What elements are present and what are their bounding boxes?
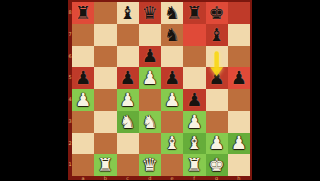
square-a4[interactable]: ♟: [72, 89, 94, 111]
black-pawn: ♟: [164, 69, 180, 87]
square-g1[interactable]: ♚: [206, 154, 228, 176]
black-rook: ♜: [186, 3, 202, 21]
square-c4[interactable]: ♟: [117, 89, 139, 111]
square-h4[interactable]: [228, 89, 250, 111]
square-d8[interactable]: ♛: [139, 2, 161, 24]
square-e1[interactable]: [161, 154, 183, 176]
square-f7[interactable]: [183, 24, 205, 46]
square-d4[interactable]: [139, 89, 161, 111]
square-e8[interactable]: ♞: [161, 2, 183, 24]
square-e6[interactable]: [161, 46, 183, 68]
square-g7[interactable]: ♝: [206, 24, 228, 46]
square-e3[interactable]: [161, 111, 183, 133]
square-f5[interactable]: [183, 67, 205, 89]
square-b3[interactable]: [94, 111, 116, 133]
white-queen: ♛: [142, 156, 158, 174]
white-bishop: ♝: [186, 134, 202, 152]
white-pawn: ♟: [164, 90, 180, 108]
square-a5[interactable]: ♟: [72, 67, 94, 89]
square-g2[interactable]: ♟: [206, 133, 228, 155]
square-b6[interactable]: [94, 46, 116, 68]
chess-app-screen: ♜♝♛♞♜♚♞♝♟♟♟♟♟♟♟♟♟♟♟♞♞♟♝♝♟♟♜♛♜♚ 87654321a…: [0, 0, 320, 180]
square-a8[interactable]: ♜: [72, 2, 94, 24]
square-e5[interactable]: ♟: [161, 67, 183, 89]
square-f1[interactable]: ♜: [183, 154, 205, 176]
square-g5[interactable]: ♟: [206, 67, 228, 89]
white-pawn: ♟: [231, 134, 247, 152]
white-pawn: ♟: [120, 90, 136, 108]
square-h6[interactable]: [228, 46, 250, 68]
black-king: ♚: [209, 3, 225, 21]
white-rook: ♜: [97, 156, 113, 174]
square-g3[interactable]: [206, 111, 228, 133]
rank-label-6: 6: [68, 54, 72, 59]
file-label-d: d: [139, 176, 161, 181]
white-king: ♚: [209, 156, 225, 174]
square-h5[interactable]: ♟: [228, 67, 250, 89]
white-knight: ♞: [120, 112, 136, 130]
square-d7[interactable]: [139, 24, 161, 46]
rank-label-3: 3: [68, 119, 72, 124]
rank-label-5: 5: [68, 75, 72, 80]
square-c8[interactable]: ♝: [117, 2, 139, 24]
square-a2[interactable]: [72, 133, 94, 155]
square-a3[interactable]: [72, 111, 94, 133]
white-pawn: ♟: [142, 69, 158, 87]
black-queen: ♛: [142, 3, 158, 21]
square-c3[interactable]: ♞: [117, 111, 139, 133]
white-pawn: ♟: [75, 90, 91, 108]
square-c2[interactable]: [117, 133, 139, 155]
chess-board: ♜♝♛♞♜♚♞♝♟♟♟♟♟♟♟♟♟♟♟♞♞♟♝♝♟♟♜♛♜♚: [72, 2, 250, 176]
square-c6[interactable]: [117, 46, 139, 68]
white-knight: ♞: [142, 112, 158, 130]
square-f4[interactable]: ♟: [183, 89, 205, 111]
file-label-e: e: [161, 176, 183, 181]
square-b7[interactable]: [94, 24, 116, 46]
black-bishop: ♝: [120, 3, 136, 21]
file-label-f: f: [183, 176, 205, 181]
square-a6[interactable]: [72, 46, 94, 68]
square-d2[interactable]: [139, 133, 161, 155]
file-label-b: b: [94, 176, 116, 181]
square-b5[interactable]: [94, 67, 116, 89]
square-g4[interactable]: [206, 89, 228, 111]
square-h7[interactable]: [228, 24, 250, 46]
black-pawn: ♟: [120, 69, 136, 87]
square-d5[interactable]: ♟: [139, 67, 161, 89]
white-pawn: ♟: [186, 112, 202, 130]
file-label-h: h: [228, 176, 250, 181]
black-pawn: ♟: [75, 69, 91, 87]
rank-label-8: 8: [68, 10, 72, 15]
square-e2[interactable]: ♝: [161, 133, 183, 155]
square-h2[interactable]: ♟: [228, 133, 250, 155]
black-pawn: ♟: [142, 47, 158, 65]
square-d6[interactable]: ♟: [139, 46, 161, 68]
square-f2[interactable]: ♝: [183, 133, 205, 155]
square-d1[interactable]: ♛: [139, 154, 161, 176]
rank-label-7: 7: [68, 32, 72, 37]
square-e7[interactable]: ♞: [161, 24, 183, 46]
square-b1[interactable]: ♜: [94, 154, 116, 176]
rank-label-4: 4: [68, 97, 72, 102]
file-label-g: g: [206, 176, 228, 181]
square-c5[interactable]: ♟: [117, 67, 139, 89]
white-bishop: ♝: [164, 134, 180, 152]
white-pawn: ♟: [209, 134, 225, 152]
square-h3[interactable]: [228, 111, 250, 133]
white-rook: ♜: [186, 156, 202, 174]
black-pawn: ♟: [209, 69, 225, 87]
black-pawn: ♟: [231, 69, 247, 87]
square-f8[interactable]: ♜: [183, 2, 205, 24]
black-rook: ♜: [75, 3, 91, 21]
letterbox-left: [0, 0, 68, 180]
square-b2[interactable]: [94, 133, 116, 155]
file-label-c: c: [117, 176, 139, 181]
square-h1[interactable]: [228, 154, 250, 176]
black-bishop: ♝: [209, 25, 225, 43]
square-h8[interactable]: [228, 2, 250, 24]
letterbox-right: [252, 0, 320, 180]
square-g6[interactable]: [206, 46, 228, 68]
square-f6[interactable]: [183, 46, 205, 68]
black-pawn: ♟: [186, 90, 202, 108]
square-g8[interactable]: ♚: [206, 2, 228, 24]
square-b8[interactable]: [94, 2, 116, 24]
square-d3[interactable]: ♞: [139, 111, 161, 133]
square-f3[interactable]: ♟: [183, 111, 205, 133]
file-label-a: a: [72, 176, 94, 181]
rank-label-2: 2: [68, 141, 72, 146]
rank-label-1: 1: [68, 162, 72, 167]
square-a7[interactable]: [72, 24, 94, 46]
square-b4[interactable]: [94, 89, 116, 111]
square-a1[interactable]: [72, 154, 94, 176]
chess-board-frame: ♜♝♛♞♜♚♞♝♟♟♟♟♟♟♟♟♟♟♟♞♞♟♝♝♟♟♜♛♜♚ 87654321a…: [68, 0, 252, 180]
black-knight: ♞: [164, 25, 180, 43]
square-c7[interactable]: [117, 24, 139, 46]
square-c1[interactable]: [117, 154, 139, 176]
black-knight: ♞: [164, 3, 180, 21]
square-e4[interactable]: ♟: [161, 89, 183, 111]
